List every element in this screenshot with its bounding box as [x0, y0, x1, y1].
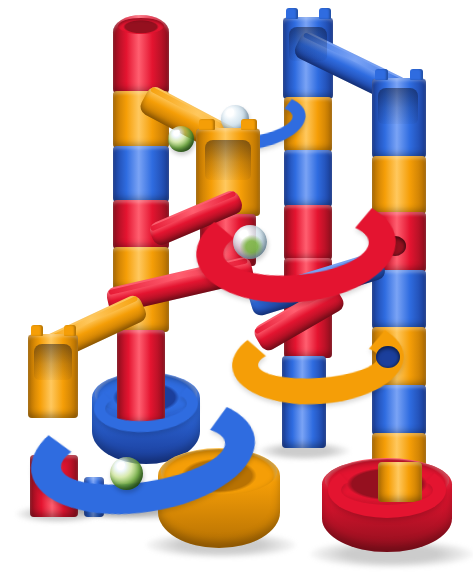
- center-catch-mouth: [205, 140, 251, 180]
- marble-on-red-track: [233, 225, 267, 259]
- red-base-front-rim: [328, 462, 446, 518]
- marble-on-blue-spiral: [110, 457, 143, 490]
- left-catch-mouth: [34, 344, 72, 380]
- right-tower-catch-mouth: [378, 88, 418, 124]
- right-seg-blue-low: [372, 385, 426, 435]
- stage: [0, 0, 473, 579]
- right-track-hole-navy: [376, 346, 400, 368]
- right-seg-orange-top: [372, 156, 426, 214]
- left-seg-blue: [113, 146, 169, 202]
- center-back-tower-exit-mouth: [289, 27, 327, 61]
- left-tower-red-tube-cap: [113, 15, 169, 93]
- marble-on-orange-ramp: [168, 126, 194, 152]
